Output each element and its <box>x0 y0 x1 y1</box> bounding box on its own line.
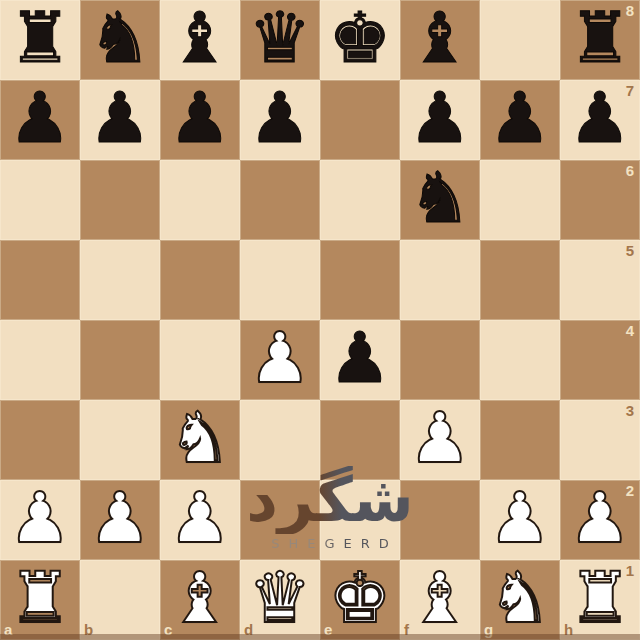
square-f4 <box>400 320 480 400</box>
square-a2: ♟ <box>0 480 80 560</box>
square-c3: ♞ <box>160 400 240 480</box>
square-a3 <box>0 400 80 480</box>
square-h2: ♟2 <box>560 480 640 560</box>
black-rook-a8: ♜ <box>9 3 72 73</box>
white-pawn-h2: ♟ <box>569 483 632 553</box>
white-pawn-g2: ♟ <box>489 483 552 553</box>
square-g1: ♞g <box>480 560 560 640</box>
square-g4 <box>480 320 560 400</box>
rank-label-4: 4 <box>626 323 634 338</box>
square-d4: ♟ <box>240 320 320 400</box>
chess-board-image: ♜♞♝♛♚♝♜8♟♟♟♟♟♟♟7♞65♟♟4♞♟3♟♟♟♟♟2♜ab♝c♛d♚e… <box>0 0 640 640</box>
square-e1: ♚e <box>320 560 400 640</box>
square-e2 <box>320 480 400 560</box>
black-bishop-c8: ♝ <box>169 3 232 73</box>
black-queen-d8: ♛ <box>249 3 312 73</box>
square-f3: ♟ <box>400 400 480 480</box>
square-f1: ♝f <box>400 560 480 640</box>
square-d2 <box>240 480 320 560</box>
chess-board: ♜♞♝♛♚♝♜8♟♟♟♟♟♟♟7♞65♟♟4♞♟3♟♟♟♟♟2♜ab♝c♛d♚e… <box>0 0 640 640</box>
black-pawn-g7: ♟ <box>489 83 552 153</box>
square-h1: ♜1h <box>560 560 640 640</box>
square-h3: 3 <box>560 400 640 480</box>
square-e3 <box>320 400 400 480</box>
black-bishop-f8: ♝ <box>409 3 472 73</box>
white-bishop-c1: ♝ <box>169 563 232 633</box>
square-g3 <box>480 400 560 480</box>
white-knight-g1: ♞ <box>489 563 552 633</box>
white-rook-h1: ♜ <box>569 563 632 633</box>
square-d7: ♟ <box>240 80 320 160</box>
square-c6 <box>160 160 240 240</box>
square-d3 <box>240 400 320 480</box>
square-e5 <box>320 240 400 320</box>
black-pawn-h7: ♟ <box>569 83 632 153</box>
square-g2: ♟ <box>480 480 560 560</box>
square-b3 <box>80 400 160 480</box>
black-pawn-d7: ♟ <box>249 83 312 153</box>
square-h6: 6 <box>560 160 640 240</box>
white-rook-a1: ♜ <box>9 563 72 633</box>
square-c7: ♟ <box>160 80 240 160</box>
square-e4: ♟ <box>320 320 400 400</box>
black-king-e8: ♚ <box>329 3 392 73</box>
rank-label-3: 3 <box>626 403 634 418</box>
square-e7 <box>320 80 400 160</box>
square-f6: ♞ <box>400 160 480 240</box>
square-d8: ♛ <box>240 0 320 80</box>
square-a1: ♜a <box>0 560 80 640</box>
square-f8: ♝ <box>400 0 480 80</box>
square-h7: ♟7 <box>560 80 640 160</box>
white-pawn-d4: ♟ <box>249 323 312 393</box>
square-a7: ♟ <box>0 80 80 160</box>
white-pawn-f3: ♟ <box>409 403 472 473</box>
black-knight-b8: ♞ <box>89 3 152 73</box>
square-b5 <box>80 240 160 320</box>
square-c8: ♝ <box>160 0 240 80</box>
square-d5 <box>240 240 320 320</box>
square-b8: ♞ <box>80 0 160 80</box>
white-pawn-c2: ♟ <box>169 483 232 553</box>
square-f7: ♟ <box>400 80 480 160</box>
rank-label-6: 6 <box>626 163 634 178</box>
square-d6 <box>240 160 320 240</box>
square-g6 <box>480 160 560 240</box>
square-b6 <box>80 160 160 240</box>
square-h5: 5 <box>560 240 640 320</box>
square-f5 <box>400 240 480 320</box>
white-bishop-f1: ♝ <box>409 563 472 633</box>
black-pawn-c7: ♟ <box>169 83 232 153</box>
square-f2 <box>400 480 480 560</box>
square-c4 <box>160 320 240 400</box>
white-pawn-b2: ♟ <box>89 483 152 553</box>
square-b2: ♟ <box>80 480 160 560</box>
rank-label-5: 5 <box>626 243 634 258</box>
black-rook-h8: ♜ <box>569 3 632 73</box>
white-knight-c3: ♞ <box>169 403 232 473</box>
square-c5 <box>160 240 240 320</box>
white-queen-d1: ♛ <box>249 563 312 633</box>
square-g8 <box>480 0 560 80</box>
square-a8: ♜ <box>0 0 80 80</box>
square-h4: 4 <box>560 320 640 400</box>
square-a6 <box>0 160 80 240</box>
black-pawn-b7: ♟ <box>89 83 152 153</box>
black-pawn-e4: ♟ <box>329 323 392 393</box>
square-b4 <box>80 320 160 400</box>
square-c1: ♝c <box>160 560 240 640</box>
file-label-b: b <box>84 622 93 637</box>
white-king-e1: ♚ <box>329 563 392 633</box>
square-e6 <box>320 160 400 240</box>
square-h8: ♜8 <box>560 0 640 80</box>
square-c2: ♟ <box>160 480 240 560</box>
square-b1: b <box>80 560 160 640</box>
square-g7: ♟ <box>480 80 560 160</box>
square-b7: ♟ <box>80 80 160 160</box>
black-pawn-f7: ♟ <box>409 83 472 153</box>
square-d1: ♛d <box>240 560 320 640</box>
square-a4 <box>0 320 80 400</box>
square-e8: ♚ <box>320 0 400 80</box>
square-a5 <box>0 240 80 320</box>
black-knight-f6: ♞ <box>409 163 472 233</box>
black-pawn-a7: ♟ <box>9 83 72 153</box>
square-g5 <box>480 240 560 320</box>
white-pawn-a2: ♟ <box>9 483 72 553</box>
